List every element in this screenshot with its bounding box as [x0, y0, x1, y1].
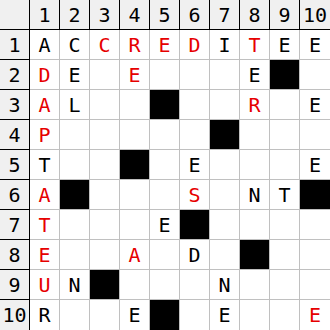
grid-cell[interactable]: A: [30, 90, 60, 120]
grid-cell[interactable]: E: [210, 300, 240, 330]
grid-cell[interactable]: T: [240, 30, 270, 60]
grid-cell[interactable]: [180, 300, 210, 330]
grid-cell[interactable]: [90, 120, 120, 150]
grid-cell[interactable]: [120, 120, 150, 150]
crossword-grid: 123456789101ACCREDITEE2DEEE3ALRE4P5TEE6A…: [0, 0, 330, 330]
grid-cell[interactable]: E: [120, 60, 150, 90]
grid-cell[interactable]: [90, 300, 120, 330]
grid-cell[interactable]: [210, 90, 240, 120]
grid-cell[interactable]: E: [300, 300, 330, 330]
block-cell: [150, 300, 180, 330]
block-cell: [90, 270, 120, 300]
grid-cell[interactable]: [270, 270, 300, 300]
grid-cell[interactable]: P: [30, 120, 60, 150]
col-header: 5: [150, 0, 180, 30]
grid-cell[interactable]: [210, 180, 240, 210]
grid-cell[interactable]: [120, 270, 150, 300]
grid-cell[interactable]: [60, 240, 90, 270]
col-header: 7: [210, 0, 240, 30]
grid-cell[interactable]: [180, 90, 210, 120]
grid-cell[interactable]: E: [300, 150, 330, 180]
grid-cell[interactable]: [120, 180, 150, 210]
grid-cell[interactable]: T: [30, 150, 60, 180]
grid-cell[interactable]: N: [60, 270, 90, 300]
block-cell: [300, 180, 330, 210]
crossword-board: 123456789101ACCREDITEE2DEEE3ALRE4P5TEE6A…: [0, 0, 330, 330]
row-header: 2: [0, 60, 30, 90]
grid-cell[interactable]: [210, 210, 240, 240]
row-header: 10: [0, 300, 30, 330]
grid-cell[interactable]: [180, 60, 210, 90]
grid-cell[interactable]: D: [180, 240, 210, 270]
block-cell: [180, 210, 210, 240]
grid-cell[interactable]: [150, 150, 180, 180]
grid-cell[interactable]: L: [60, 90, 90, 120]
grid-cell[interactable]: [270, 90, 300, 120]
grid-cell[interactable]: [300, 120, 330, 150]
grid-cell[interactable]: [210, 60, 240, 90]
grid-cell[interactable]: E: [60, 60, 90, 90]
row-header: 7: [0, 210, 30, 240]
grid-cell[interactable]: [120, 210, 150, 240]
grid-cell[interactable]: [60, 210, 90, 240]
grid-cell[interactable]: T: [30, 210, 60, 240]
grid-cell[interactable]: U: [30, 270, 60, 300]
row-header: 9: [0, 270, 30, 300]
grid-cell[interactable]: R: [30, 300, 60, 330]
grid-cell[interactable]: [90, 60, 120, 90]
grid-cell[interactable]: R: [120, 30, 150, 60]
col-header: 3: [90, 0, 120, 30]
grid-cell[interactable]: [150, 180, 180, 210]
grid-cell[interactable]: E: [150, 30, 180, 60]
grid-cell[interactable]: I: [210, 30, 240, 60]
grid-cell[interactable]: [150, 60, 180, 90]
grid-cell[interactable]: N: [240, 180, 270, 210]
grid-cell[interactable]: [60, 120, 90, 150]
grid-cell[interactable]: [300, 240, 330, 270]
row-header: 1: [0, 30, 30, 60]
grid-cell[interactable]: [90, 240, 120, 270]
col-header: 4: [120, 0, 150, 30]
grid-cell[interactable]: D: [30, 60, 60, 90]
grid-cell[interactable]: [120, 90, 150, 120]
grid-cell[interactable]: [270, 120, 300, 150]
grid-cell[interactable]: [270, 210, 300, 240]
grid-cell[interactable]: E: [30, 240, 60, 270]
grid-cell[interactable]: [240, 270, 270, 300]
grid-cell[interactable]: A: [120, 240, 150, 270]
grid-cell[interactable]: [180, 120, 210, 150]
grid-cell[interactable]: [270, 150, 300, 180]
block-cell: [60, 180, 90, 210]
col-header: 9: [270, 0, 300, 30]
col-header: 1: [30, 0, 60, 30]
block-cell: [210, 120, 240, 150]
grid-cell[interactable]: [90, 210, 120, 240]
row-header: 5: [0, 150, 30, 180]
grid-cell[interactable]: [300, 210, 330, 240]
row-header: 8: [0, 240, 30, 270]
grid-cell[interactable]: [240, 210, 270, 240]
col-header: 6: [180, 0, 210, 30]
grid-cell[interactable]: [150, 240, 180, 270]
grid-cell[interactable]: [270, 240, 300, 270]
grid-cell[interactable]: C: [90, 30, 120, 60]
grid-cell[interactable]: E: [300, 30, 330, 60]
grid-cell[interactable]: C: [60, 30, 90, 60]
row-header: 3: [0, 90, 30, 120]
grid-cell[interactable]: E: [180, 150, 210, 180]
grid-cell[interactable]: N: [210, 270, 240, 300]
grid-cell[interactable]: [210, 150, 240, 180]
grid-cell[interactable]: [90, 150, 120, 180]
grid-cell[interactable]: A: [30, 180, 60, 210]
grid-cell[interactable]: [90, 90, 120, 120]
grid-cell[interactable]: [180, 270, 210, 300]
block-cell: [240, 240, 270, 270]
grid-cell[interactable]: [300, 60, 330, 90]
grid-cell[interactable]: E: [120, 300, 150, 330]
col-header: 8: [240, 0, 270, 30]
grid-cell[interactable]: E: [150, 210, 180, 240]
grid-cell[interactable]: [90, 180, 120, 210]
grid-cell[interactable]: [240, 120, 270, 150]
grid-cell[interactable]: [300, 270, 330, 300]
grid-cell[interactable]: [210, 240, 240, 270]
grid-cell[interactable]: [60, 300, 90, 330]
grid-cell[interactable]: [270, 300, 300, 330]
grid-cell[interactable]: R: [240, 90, 270, 120]
row-header: 6: [0, 180, 30, 210]
grid-cell[interactable]: A: [30, 30, 60, 60]
grid-cell[interactable]: [150, 270, 180, 300]
grid-cell[interactable]: E: [270, 30, 300, 60]
grid-cell[interactable]: [240, 300, 270, 330]
grid-cell[interactable]: E: [300, 90, 330, 120]
block-cell: [120, 150, 150, 180]
grid-cell[interactable]: S: [180, 180, 210, 210]
col-header: 10: [300, 0, 330, 30]
grid-cell[interactable]: T: [270, 180, 300, 210]
corner-cell: [0, 0, 30, 30]
col-header: 2: [60, 0, 90, 30]
row-header: 4: [0, 120, 30, 150]
grid-cell[interactable]: [60, 150, 90, 180]
grid-cell[interactable]: D: [180, 30, 210, 60]
grid-cell[interactable]: E: [240, 60, 270, 90]
grid-cell[interactable]: [150, 120, 180, 150]
block-cell: [270, 60, 300, 90]
grid-cell[interactable]: [240, 150, 270, 180]
block-cell: [150, 90, 180, 120]
